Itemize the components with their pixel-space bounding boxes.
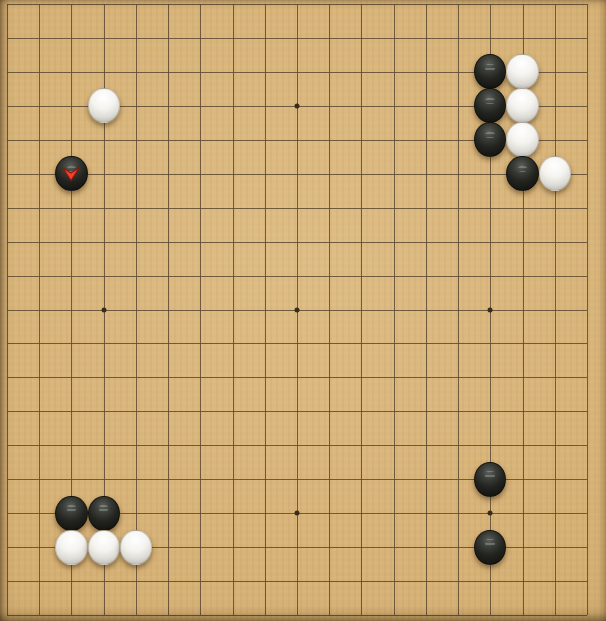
intersection-E1[interactable] [120, 598, 152, 621]
intersection-O13[interactable] [410, 191, 442, 225]
intersection-E16[interactable] [120, 89, 152, 123]
intersection-T3[interactable] [571, 530, 603, 564]
intersection-O1[interactable] [410, 598, 442, 621]
intersection-R14[interactable] [506, 157, 538, 191]
intersection-F18[interactable] [152, 21, 184, 55]
intersection-L3[interactable] [313, 530, 345, 564]
intersection-J1[interactable] [249, 598, 281, 621]
intersection-K16[interactable] [281, 89, 313, 123]
intersection-B5[interactable] [23, 462, 55, 496]
intersection-R16[interactable] [506, 89, 538, 123]
intersection-N17[interactable] [378, 55, 410, 89]
intersection-J15[interactable] [249, 123, 281, 157]
intersection-Q17[interactable] [474, 55, 506, 89]
intersection-L9[interactable] [313, 326, 345, 360]
intersection-F14[interactable] [152, 157, 184, 191]
intersection-O2[interactable] [410, 564, 442, 598]
intersection-S7[interactable] [539, 394, 571, 428]
intersection-S14[interactable] [539, 157, 571, 191]
intersection-T12[interactable] [571, 225, 603, 259]
intersection-K13[interactable] [281, 191, 313, 225]
intersection-A13[interactable] [0, 191, 23, 225]
intersection-A7[interactable] [0, 394, 23, 428]
intersection-B7[interactable] [23, 394, 55, 428]
intersection-E7[interactable] [120, 394, 152, 428]
intersection-L1[interactable] [313, 598, 345, 621]
intersection-E9[interactable] [120, 326, 152, 360]
intersection-P16[interactable] [442, 89, 474, 123]
intersection-A11[interactable] [0, 259, 23, 293]
intersection-R6[interactable] [506, 428, 538, 462]
intersection-M8[interactable] [345, 360, 377, 394]
intersection-D16[interactable] [88, 89, 120, 123]
intersection-B19[interactable] [23, 0, 55, 21]
intersection-G9[interactable] [184, 326, 216, 360]
intersection-F15[interactable] [152, 123, 184, 157]
intersection-O19[interactable] [410, 0, 442, 21]
intersection-L18[interactable] [313, 21, 345, 55]
intersection-K15[interactable] [281, 123, 313, 157]
intersection-B13[interactable] [23, 191, 55, 225]
intersection-F9[interactable] [152, 326, 184, 360]
intersection-C16[interactable] [55, 89, 87, 123]
intersection-L13[interactable] [313, 191, 345, 225]
intersection-P6[interactable] [442, 428, 474, 462]
intersection-D4[interactable] [88, 496, 120, 530]
intersection-O6[interactable] [410, 428, 442, 462]
intersection-C15[interactable] [55, 123, 87, 157]
intersection-J12[interactable] [249, 225, 281, 259]
intersection-P10[interactable] [442, 292, 474, 326]
intersection-Q9[interactable] [474, 326, 506, 360]
intersection-O12[interactable] [410, 225, 442, 259]
intersection-A9[interactable] [0, 326, 23, 360]
intersection-E13[interactable] [120, 191, 152, 225]
intersection-C17[interactable] [55, 55, 87, 89]
intersection-B1[interactable] [23, 598, 55, 621]
intersection-N14[interactable] [378, 157, 410, 191]
intersection-S11[interactable] [539, 259, 571, 293]
intersection-R3[interactable] [506, 530, 538, 564]
intersection-L5[interactable] [313, 462, 345, 496]
intersection-H17[interactable] [216, 55, 248, 89]
intersection-S9[interactable] [539, 326, 571, 360]
intersection-N11[interactable] [378, 259, 410, 293]
intersection-L4[interactable] [313, 496, 345, 530]
intersection-K4[interactable] [281, 496, 313, 530]
intersection-D15[interactable] [88, 123, 120, 157]
intersection-P18[interactable] [442, 21, 474, 55]
intersection-Q8[interactable] [474, 360, 506, 394]
intersection-D18[interactable] [88, 21, 120, 55]
intersection-F17[interactable] [152, 55, 184, 89]
intersection-J13[interactable] [249, 191, 281, 225]
intersection-O16[interactable] [410, 89, 442, 123]
intersection-A4[interactable] [0, 496, 23, 530]
intersection-B2[interactable] [23, 564, 55, 598]
intersection-E14[interactable] [120, 157, 152, 191]
intersection-S8[interactable] [539, 360, 571, 394]
intersection-M6[interactable] [345, 428, 377, 462]
intersection-T17[interactable] [571, 55, 603, 89]
intersection-N9[interactable] [378, 326, 410, 360]
intersection-D14[interactable] [88, 157, 120, 191]
intersection-T15[interactable] [571, 123, 603, 157]
intersection-H12[interactable] [216, 225, 248, 259]
intersection-F2[interactable] [152, 564, 184, 598]
intersection-T10[interactable] [571, 292, 603, 326]
intersection-B4[interactable] [23, 496, 55, 530]
intersection-K8[interactable] [281, 360, 313, 394]
intersection-P12[interactable] [442, 225, 474, 259]
intersection-E11[interactable] [120, 259, 152, 293]
intersection-S2[interactable] [539, 564, 571, 598]
intersection-T14[interactable] [571, 157, 603, 191]
intersection-Q11[interactable] [474, 259, 506, 293]
intersection-M11[interactable] [345, 259, 377, 293]
intersection-O8[interactable] [410, 360, 442, 394]
intersection-Q3[interactable] [474, 530, 506, 564]
intersection-J14[interactable] [249, 157, 281, 191]
intersection-R10[interactable] [506, 292, 538, 326]
intersection-T19[interactable] [571, 0, 603, 21]
intersection-O17[interactable] [410, 55, 442, 89]
intersection-S4[interactable] [539, 496, 571, 530]
intersection-A5[interactable] [0, 462, 23, 496]
intersection-T1[interactable] [571, 598, 603, 621]
intersection-O4[interactable] [410, 496, 442, 530]
intersection-A18[interactable] [0, 21, 23, 55]
intersection-M12[interactable] [345, 225, 377, 259]
intersection-T7[interactable] [571, 394, 603, 428]
intersection-O5[interactable] [410, 462, 442, 496]
intersection-N4[interactable] [378, 496, 410, 530]
intersection-R5[interactable] [506, 462, 538, 496]
intersection-H16[interactable] [216, 89, 248, 123]
intersection-G13[interactable] [184, 191, 216, 225]
intersection-Q18[interactable] [474, 21, 506, 55]
intersection-H13[interactable] [216, 191, 248, 225]
intersection-H8[interactable] [216, 360, 248, 394]
intersection-G19[interactable] [184, 0, 216, 21]
intersection-D9[interactable] [88, 326, 120, 360]
intersection-S1[interactable] [539, 598, 571, 621]
intersection-S10[interactable] [539, 292, 571, 326]
intersection-A17[interactable] [0, 55, 23, 89]
intersection-F19[interactable] [152, 0, 184, 21]
intersection-L2[interactable] [313, 564, 345, 598]
intersection-P8[interactable] [442, 360, 474, 394]
intersection-B16[interactable] [23, 89, 55, 123]
intersection-L14[interactable] [313, 157, 345, 191]
intersection-C13[interactable] [55, 191, 87, 225]
intersection-T2[interactable] [571, 564, 603, 598]
intersection-Q5[interactable] [474, 462, 506, 496]
intersection-E19[interactable] [120, 0, 152, 21]
intersection-T18[interactable] [571, 21, 603, 55]
intersection-O15[interactable] [410, 123, 442, 157]
intersection-P15[interactable] [442, 123, 474, 157]
intersection-G17[interactable] [184, 55, 216, 89]
intersection-K9[interactable] [281, 326, 313, 360]
intersection-H10[interactable] [216, 292, 248, 326]
intersection-F13[interactable] [152, 191, 184, 225]
intersection-K2[interactable] [281, 564, 313, 598]
intersection-H2[interactable] [216, 564, 248, 598]
intersection-G14[interactable] [184, 157, 216, 191]
intersection-M15[interactable] [345, 123, 377, 157]
intersection-H4[interactable] [216, 496, 248, 530]
intersection-E4[interactable] [120, 496, 152, 530]
intersection-G12[interactable] [184, 225, 216, 259]
intersection-J4[interactable] [249, 496, 281, 530]
intersection-P3[interactable] [442, 530, 474, 564]
intersection-L6[interactable] [313, 428, 345, 462]
intersection-G5[interactable] [184, 462, 216, 496]
intersection-P4[interactable] [442, 496, 474, 530]
intersection-K17[interactable] [281, 55, 313, 89]
intersection-E15[interactable] [120, 123, 152, 157]
intersection-A12[interactable] [0, 225, 23, 259]
intersection-N7[interactable] [378, 394, 410, 428]
intersection-H14[interactable] [216, 157, 248, 191]
intersection-K1[interactable] [281, 598, 313, 621]
intersection-Q16[interactable] [474, 89, 506, 123]
intersection-K19[interactable] [281, 0, 313, 21]
intersection-N19[interactable] [378, 0, 410, 21]
intersection-G10[interactable] [184, 292, 216, 326]
intersection-N16[interactable] [378, 89, 410, 123]
intersection-K6[interactable] [281, 428, 313, 462]
intersection-M1[interactable] [345, 598, 377, 621]
intersection-E18[interactable] [120, 21, 152, 55]
intersection-J18[interactable] [249, 21, 281, 55]
intersection-O11[interactable] [410, 259, 442, 293]
intersection-R8[interactable] [506, 360, 538, 394]
intersection-F3[interactable] [152, 530, 184, 564]
intersection-L15[interactable] [313, 123, 345, 157]
intersection-B8[interactable] [23, 360, 55, 394]
intersection-R7[interactable] [506, 394, 538, 428]
intersection-A6[interactable] [0, 428, 23, 462]
intersection-H9[interactable] [216, 326, 248, 360]
intersection-Q7[interactable] [474, 394, 506, 428]
intersection-C9[interactable] [55, 326, 87, 360]
intersection-A15[interactable] [0, 123, 23, 157]
intersection-A8[interactable] [0, 360, 23, 394]
intersection-F16[interactable] [152, 89, 184, 123]
intersection-P13[interactable] [442, 191, 474, 225]
intersection-R1[interactable] [506, 598, 538, 621]
intersection-R2[interactable] [506, 564, 538, 598]
intersection-D2[interactable] [88, 564, 120, 598]
intersection-D11[interactable] [88, 259, 120, 293]
intersection-K10[interactable] [281, 292, 313, 326]
intersection-P2[interactable] [442, 564, 474, 598]
intersection-P14[interactable] [442, 157, 474, 191]
intersection-K14[interactable] [281, 157, 313, 191]
intersection-C4[interactable] [55, 496, 87, 530]
intersection-T6[interactable] [571, 428, 603, 462]
intersection-C14[interactable] [55, 157, 87, 191]
intersection-M16[interactable] [345, 89, 377, 123]
intersection-E12[interactable] [120, 225, 152, 259]
intersection-K7[interactable] [281, 394, 313, 428]
intersection-O3[interactable] [410, 530, 442, 564]
intersection-C1[interactable] [55, 598, 87, 621]
intersection-C6[interactable] [55, 428, 87, 462]
intersection-C10[interactable] [55, 292, 87, 326]
intersection-H19[interactable] [216, 0, 248, 21]
intersection-E5[interactable] [120, 462, 152, 496]
intersection-D5[interactable] [88, 462, 120, 496]
intersection-M4[interactable] [345, 496, 377, 530]
intersection-J8[interactable] [249, 360, 281, 394]
intersection-E3[interactable] [120, 530, 152, 564]
intersection-T8[interactable] [571, 360, 603, 394]
intersection-B10[interactable] [23, 292, 55, 326]
intersection-N10[interactable] [378, 292, 410, 326]
intersection-J6[interactable] [249, 428, 281, 462]
intersection-P7[interactable] [442, 394, 474, 428]
intersection-L17[interactable] [313, 55, 345, 89]
intersection-H7[interactable] [216, 394, 248, 428]
intersection-G18[interactable] [184, 21, 216, 55]
intersection-M7[interactable] [345, 394, 377, 428]
intersection-H3[interactable] [216, 530, 248, 564]
intersection-Q13[interactable] [474, 191, 506, 225]
intersection-R18[interactable] [506, 21, 538, 55]
intersection-F1[interactable] [152, 598, 184, 621]
intersection-B15[interactable] [23, 123, 55, 157]
intersection-D8[interactable] [88, 360, 120, 394]
intersection-C2[interactable] [55, 564, 87, 598]
intersection-N2[interactable] [378, 564, 410, 598]
intersection-J11[interactable] [249, 259, 281, 293]
intersection-F8[interactable] [152, 360, 184, 394]
intersection-P19[interactable] [442, 0, 474, 21]
intersection-F4[interactable] [152, 496, 184, 530]
intersection-A16[interactable] [0, 89, 23, 123]
intersection-Q10[interactable] [474, 292, 506, 326]
intersection-H6[interactable] [216, 428, 248, 462]
intersection-J17[interactable] [249, 55, 281, 89]
intersection-L8[interactable] [313, 360, 345, 394]
intersection-K3[interactable] [281, 530, 313, 564]
intersection-M2[interactable] [345, 564, 377, 598]
intersection-N3[interactable] [378, 530, 410, 564]
intersection-R11[interactable] [506, 259, 538, 293]
intersection-K5[interactable] [281, 462, 313, 496]
intersection-E17[interactable] [120, 55, 152, 89]
intersection-R12[interactable] [506, 225, 538, 259]
intersection-C5[interactable] [55, 462, 87, 496]
intersection-C3[interactable] [55, 530, 87, 564]
intersection-T9[interactable] [571, 326, 603, 360]
intersection-P9[interactable] [442, 326, 474, 360]
intersection-R17[interactable] [506, 55, 538, 89]
intersection-M5[interactable] [345, 462, 377, 496]
intersection-N13[interactable] [378, 191, 410, 225]
intersection-B9[interactable] [23, 326, 55, 360]
intersection-T5[interactable] [571, 462, 603, 496]
intersection-S17[interactable] [539, 55, 571, 89]
intersection-H5[interactable] [216, 462, 248, 496]
intersection-F7[interactable] [152, 394, 184, 428]
intersection-N6[interactable] [378, 428, 410, 462]
intersection-G8[interactable] [184, 360, 216, 394]
intersection-O18[interactable] [410, 21, 442, 55]
intersection-T13[interactable] [571, 191, 603, 225]
intersection-R4[interactable] [506, 496, 538, 530]
intersection-R19[interactable] [506, 0, 538, 21]
intersection-F12[interactable] [152, 225, 184, 259]
intersection-F6[interactable] [152, 428, 184, 462]
intersection-S13[interactable] [539, 191, 571, 225]
intersection-O14[interactable] [410, 157, 442, 191]
intersection-C12[interactable] [55, 225, 87, 259]
intersection-T4[interactable] [571, 496, 603, 530]
intersection-N15[interactable] [378, 123, 410, 157]
intersection-M10[interactable] [345, 292, 377, 326]
intersection-J16[interactable] [249, 89, 281, 123]
intersection-H15[interactable] [216, 123, 248, 157]
intersection-A1[interactable] [0, 598, 23, 621]
intersection-P17[interactable] [442, 55, 474, 89]
intersection-C19[interactable] [55, 0, 87, 21]
intersection-Q14[interactable] [474, 157, 506, 191]
intersection-N8[interactable] [378, 360, 410, 394]
intersection-E2[interactable] [120, 564, 152, 598]
intersection-Q1[interactable] [474, 598, 506, 621]
intersection-R15[interactable] [506, 123, 538, 157]
intersection-A10[interactable] [0, 292, 23, 326]
intersection-G15[interactable] [184, 123, 216, 157]
intersection-E6[interactable] [120, 428, 152, 462]
intersection-H11[interactable] [216, 259, 248, 293]
intersection-O9[interactable] [410, 326, 442, 360]
intersection-F5[interactable] [152, 462, 184, 496]
intersection-P11[interactable] [442, 259, 474, 293]
intersection-L19[interactable] [313, 0, 345, 21]
intersection-J19[interactable] [249, 0, 281, 21]
intersection-Q12[interactable] [474, 225, 506, 259]
intersection-S12[interactable] [539, 225, 571, 259]
intersection-E10[interactable] [120, 292, 152, 326]
intersection-A2[interactable] [0, 564, 23, 598]
intersection-J7[interactable] [249, 394, 281, 428]
intersection-G6[interactable] [184, 428, 216, 462]
intersection-J2[interactable] [249, 564, 281, 598]
intersection-P5[interactable] [442, 462, 474, 496]
intersection-G11[interactable] [184, 259, 216, 293]
intersection-A19[interactable] [0, 0, 23, 21]
intersection-S5[interactable] [539, 462, 571, 496]
intersection-M19[interactable] [345, 0, 377, 21]
intersection-G1[interactable] [184, 598, 216, 621]
intersection-S6[interactable] [539, 428, 571, 462]
intersection-L7[interactable] [313, 394, 345, 428]
intersection-R9[interactable] [506, 326, 538, 360]
intersection-D7[interactable] [88, 394, 120, 428]
intersection-H1[interactable] [216, 598, 248, 621]
intersection-D12[interactable] [88, 225, 120, 259]
intersection-B17[interactable] [23, 55, 55, 89]
intersection-B14[interactable] [23, 157, 55, 191]
intersection-E8[interactable] [120, 360, 152, 394]
intersection-G2[interactable] [184, 564, 216, 598]
intersection-F11[interactable] [152, 259, 184, 293]
